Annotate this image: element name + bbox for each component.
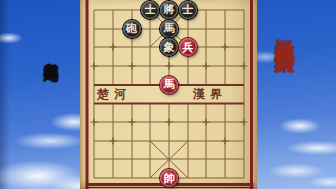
xiangqi-board[interactable]: 楚河 漢界 士 將 士 砲 馬 象 兵 馬 帥 [80,0,257,189]
river-label-left: 楚河 [96,87,131,101]
piece-black-elephant[interactable]: 象 [160,38,178,56]
river-label-right: 漢界 [192,87,227,101]
left-caption: 象棋刘正哥 [43,51,59,56]
piece-black-advisor-right[interactable]: 士 [179,1,197,19]
piece-black-general[interactable]: 將 [160,1,178,19]
piece-black-cannon[interactable]: 砲 [123,20,141,38]
piece-black-horse[interactable]: 馬 [160,20,178,38]
video-frame: 象棋刘正哥 疑难绝妙实用 [0,0,336,189]
piece-black-advisor-left[interactable]: 士 [141,1,159,19]
piece-red-horse[interactable]: 馬 [160,76,178,94]
piece-red-soldier[interactable]: 兵 [179,38,197,56]
right-caption: 疑难绝妙实用 [273,23,296,41]
piece-red-general[interactable]: 帥 [160,169,178,187]
